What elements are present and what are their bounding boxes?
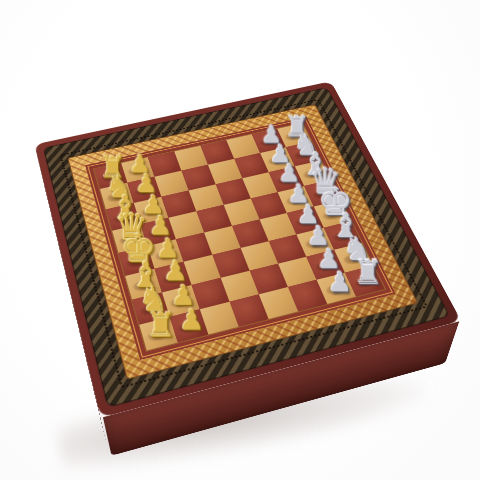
perspective-scene: ♜♟♟♜♞♟♟♞♝♟♟♝♛♟♟♛♚♟♟♚♝♟♟♝♞♟♟♞♜♟♟♜ xyxy=(0,0,480,480)
gold-rook-h1[interactable]: ♜ xyxy=(136,308,185,342)
chess-chest: ♜♟♟♜♞♟♟♞♝♟♟♝♛♟♟♛♚♟♟♚♝♟♟♝♞♟♟♞♜♟♟♜ xyxy=(34,81,461,418)
silver-pawn-h7[interactable]: ♟ xyxy=(316,269,364,297)
photo-background: ♜♟♟♜♞♟♟♞♝♟♟♝♛♟♟♛♚♟♟♚♝♟♟♝♞♟♟♞♜♟♟♜ xyxy=(0,0,480,480)
